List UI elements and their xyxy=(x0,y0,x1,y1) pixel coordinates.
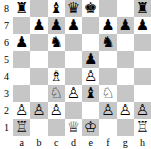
black-king-e8: ♚ xyxy=(84,0,97,17)
square-b6[interactable] xyxy=(30,34,47,51)
file-label-g: g xyxy=(117,136,134,149)
square-c4[interactable]: ♗ xyxy=(48,68,65,85)
white-king-e1: ♔ xyxy=(84,119,97,136)
square-f8[interactable] xyxy=(99,0,116,17)
black-rook-a8: ♜ xyxy=(15,0,28,17)
square-f5[interactable] xyxy=(99,51,116,68)
square-g1[interactable] xyxy=(117,119,134,136)
square-d4[interactable] xyxy=(65,68,82,85)
black-pawn-h7: ♟ xyxy=(136,17,149,34)
file-label-d: d xyxy=(65,136,82,149)
white-pawn-d3: ♙ xyxy=(67,85,80,102)
rank-label-1: 1 xyxy=(0,119,13,136)
white-pawn-a2: ♙ xyxy=(15,102,28,119)
square-h2[interactable]: ♙ xyxy=(134,102,151,119)
file-label-a: a xyxy=(13,136,30,149)
square-c6[interactable]: ♞ xyxy=(48,34,65,51)
square-f1[interactable] xyxy=(99,119,116,136)
black-queen-d8: ♛ xyxy=(67,0,80,17)
square-c2[interactable]: ♙ xyxy=(48,102,65,119)
square-f2[interactable]: ♙ xyxy=(99,102,116,119)
board-layout: 87654321 ♜♝♛♚♜♟♟♟♟♟♟♟♞♞♟♗♙♘♙♝♘♙♙♙♙♙♙♖♕♔♖… xyxy=(0,0,151,149)
white-pawn-f2: ♙ xyxy=(101,102,114,119)
black-pawn-d7: ♟ xyxy=(67,17,80,34)
black-pawn-e5: ♟ xyxy=(84,51,97,68)
square-c5[interactable] xyxy=(48,51,65,68)
square-h3[interactable] xyxy=(134,85,151,102)
file-label-b: b xyxy=(30,136,47,149)
square-g6[interactable] xyxy=(117,34,134,51)
black-pawn-g7: ♟ xyxy=(118,17,131,34)
square-d6[interactable] xyxy=(65,34,82,51)
square-b2[interactable]: ♙ xyxy=(30,102,47,119)
square-h1[interactable]: ♖ xyxy=(134,119,151,136)
square-e7[interactable] xyxy=(82,17,99,34)
square-e2[interactable] xyxy=(82,102,99,119)
square-d7[interactable]: ♟ xyxy=(65,17,82,34)
square-f4[interactable] xyxy=(99,68,116,85)
rank-label-5: 5 xyxy=(0,51,13,68)
file-label-e: e xyxy=(82,136,99,149)
rank-label-8: 8 xyxy=(0,0,13,17)
black-pawn-c7: ♟ xyxy=(49,17,62,34)
square-d1[interactable]: ♕ xyxy=(65,119,82,136)
square-e4[interactable]: ♙ xyxy=(82,68,99,85)
square-a1[interactable]: ♖ xyxy=(13,119,30,136)
square-f3[interactable]: ♘ xyxy=(99,85,116,102)
corner-spacer xyxy=(0,136,13,149)
square-d5[interactable] xyxy=(65,51,82,68)
rank-label-6: 6 xyxy=(0,34,13,51)
square-c1[interactable] xyxy=(48,119,65,136)
square-a3[interactable] xyxy=(13,85,30,102)
square-b5[interactable] xyxy=(30,51,47,68)
rank-label-2: 2 xyxy=(0,102,13,119)
black-rook-h8: ♜ xyxy=(136,0,149,17)
square-e1[interactable]: ♔ xyxy=(82,119,99,136)
white-knight-c3: ♘ xyxy=(49,85,62,102)
black-pawn-b7: ♟ xyxy=(32,17,45,34)
white-pawn-b2: ♙ xyxy=(32,102,45,119)
square-e6[interactable] xyxy=(82,34,99,51)
square-e3[interactable]: ♝ xyxy=(82,85,99,102)
square-g7[interactable]: ♟ xyxy=(117,17,134,34)
square-b8[interactable] xyxy=(30,0,47,17)
black-bishop-c8: ♝ xyxy=(49,0,62,17)
square-h8[interactable]: ♜ xyxy=(134,0,151,17)
rank-label-4: 4 xyxy=(0,68,13,85)
square-d3[interactable]: ♙ xyxy=(65,85,82,102)
white-pawn-g2: ♙ xyxy=(118,102,131,119)
square-a8[interactable]: ♜ xyxy=(13,0,30,17)
square-g8[interactable] xyxy=(117,0,134,17)
black-pawn-f7: ♟ xyxy=(101,17,114,34)
rank-labels: 87654321 xyxy=(0,0,13,136)
square-a2[interactable]: ♙ xyxy=(13,102,30,119)
square-b3[interactable] xyxy=(30,85,47,102)
file-label-f: f xyxy=(99,136,116,149)
square-b1[interactable] xyxy=(30,119,47,136)
rank-label-7: 7 xyxy=(0,17,13,34)
chess-diagram: 87654321 ♜♝♛♚♜♟♟♟♟♟♟♟♞♞♟♗♙♘♙♝♘♙♙♙♙♙♙♖♕♔♖… xyxy=(0,0,151,149)
rank-label-3: 3 xyxy=(0,85,13,102)
square-c3[interactable]: ♘ xyxy=(48,85,65,102)
chess-board: ♜♝♛♚♜♟♟♟♟♟♟♟♞♞♟♗♙♘♙♝♘♙♙♙♙♙♙♖♕♔♖ xyxy=(13,0,151,136)
square-h4[interactable] xyxy=(134,68,151,85)
square-c7[interactable]: ♟ xyxy=(48,17,65,34)
white-rook-a1: ♖ xyxy=(15,119,28,136)
square-e5[interactable]: ♟ xyxy=(82,51,99,68)
square-a5[interactable] xyxy=(13,51,30,68)
square-d8[interactable]: ♛ xyxy=(65,0,82,17)
square-e8[interactable]: ♚ xyxy=(82,0,99,17)
square-g4[interactable] xyxy=(117,68,134,85)
square-c8[interactable]: ♝ xyxy=(48,0,65,17)
white-pawn-e4: ♙ xyxy=(84,68,97,85)
black-bishop-e3: ♝ xyxy=(84,85,97,102)
white-pawn-c2: ♙ xyxy=(49,102,62,119)
white-knight-f3: ♘ xyxy=(101,85,114,102)
black-knight-f6: ♞ xyxy=(101,34,114,51)
square-h5[interactable] xyxy=(134,51,151,68)
square-h7[interactable]: ♟ xyxy=(134,17,151,34)
white-queen-d1: ♕ xyxy=(67,119,80,136)
square-b4[interactable] xyxy=(30,68,47,85)
square-g3[interactable] xyxy=(117,85,134,102)
square-d2[interactable] xyxy=(65,102,82,119)
square-f7[interactable]: ♟ xyxy=(99,17,116,34)
square-g2[interactable]: ♙ xyxy=(117,102,134,119)
square-a6[interactable]: ♟ xyxy=(13,34,30,51)
black-pawn-a6: ♟ xyxy=(15,34,28,51)
square-f6[interactable]: ♞ xyxy=(99,34,116,51)
square-b7[interactable]: ♟ xyxy=(30,17,47,34)
file-labels: abcdefgh xyxy=(13,136,151,149)
file-label-c: c xyxy=(48,136,65,149)
white-rook-h1: ♖ xyxy=(136,119,149,136)
square-a7[interactable] xyxy=(13,17,30,34)
white-bishop-c4: ♗ xyxy=(49,68,62,85)
file-label-h: h xyxy=(134,136,151,149)
black-knight-c6: ♞ xyxy=(49,34,62,51)
square-g5[interactable] xyxy=(117,51,134,68)
white-pawn-h2: ♙ xyxy=(136,102,149,119)
square-a4[interactable] xyxy=(13,68,30,85)
square-h6[interactable] xyxy=(134,34,151,51)
